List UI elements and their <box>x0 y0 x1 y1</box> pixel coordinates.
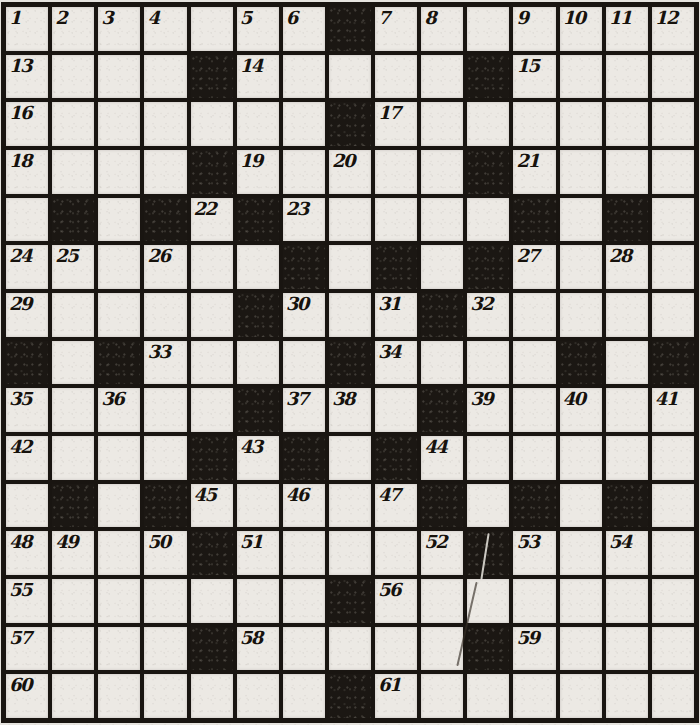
white-cell-r9c7[interactable]: 37 <box>283 388 325 432</box>
white-cell-r15c4[interactable] <box>144 674 186 718</box>
white-cell-r6c12[interactable]: 27 <box>513 245 555 289</box>
clue-number: 22 <box>194 198 216 220</box>
white-cell-r4c9[interactable] <box>375 150 417 194</box>
clue-number: 53 <box>516 531 538 553</box>
white-cell-r11c3[interactable] <box>98 484 140 528</box>
white-cell-r4c7[interactable] <box>283 150 325 194</box>
white-cell-r5c7[interactable]: 23 <box>283 198 325 242</box>
white-cell-r14c7[interactable] <box>283 627 325 671</box>
white-cell-r12c8[interactable] <box>329 531 371 575</box>
clue-number: 26 <box>147 245 169 267</box>
black-cell-r6c7 <box>283 245 325 289</box>
white-cell-r9c9[interactable] <box>375 388 417 432</box>
black-cell-r12c5 <box>191 531 233 575</box>
white-cell-r15c12[interactable] <box>513 674 555 718</box>
clue-number: 46 <box>286 484 308 506</box>
clue-number: 50 <box>147 531 169 553</box>
white-cell-r10c10[interactable]: 44 <box>421 436 463 480</box>
white-cell-r15c5[interactable] <box>191 674 233 718</box>
white-cell-r12c1[interactable]: 48 <box>6 531 48 575</box>
clue-number: 49 <box>55 531 77 553</box>
clue-number: 42 <box>9 436 31 458</box>
white-cell-r5c10[interactable] <box>421 198 463 242</box>
white-cell-r14c6[interactable]: 58 <box>237 627 279 671</box>
white-cell-r11c1[interactable] <box>6 484 48 528</box>
black-cell-r13c8 <box>329 579 371 623</box>
white-cell-r13c12[interactable] <box>513 579 555 623</box>
white-cell-r5c5[interactable]: 22 <box>191 198 233 242</box>
white-cell-r12c7[interactable] <box>283 531 325 575</box>
white-cell-r10c8[interactable] <box>329 436 371 480</box>
white-cell-r14c13[interactable] <box>560 627 602 671</box>
white-cell-r9c3[interactable]: 36 <box>98 388 140 432</box>
white-cell-r15c3[interactable] <box>98 674 140 718</box>
white-cell-r2c1[interactable]: 13 <box>6 55 48 99</box>
clue-number: 29 <box>9 293 31 315</box>
white-cell-r8c2[interactable] <box>52 341 94 385</box>
white-cell-r13c1[interactable]: 55 <box>6 579 48 623</box>
white-cell-r14c9[interactable] <box>375 627 417 671</box>
white-cell-r14c1[interactable]: 57 <box>6 627 48 671</box>
clue-number: 8 <box>424 7 435 29</box>
black-cell-r7c6 <box>237 293 279 337</box>
white-cell-r2c12[interactable]: 15 <box>513 55 555 99</box>
white-cell-r13c3[interactable] <box>98 579 140 623</box>
white-cell-r11c13[interactable] <box>560 484 602 528</box>
clue-number: 41 <box>655 388 677 410</box>
white-cell-r9c15[interactable]: 41 <box>652 388 694 432</box>
white-cell-r14c15[interactable] <box>652 627 694 671</box>
white-cell-r1c3[interactable]: 3 <box>98 7 140 51</box>
clue-number: 1 <box>9 7 20 29</box>
white-cell-r1c9[interactable]: 7 <box>375 7 417 51</box>
clue-number: 40 <box>563 388 585 410</box>
white-cell-r14c12[interactable]: 59 <box>513 627 555 671</box>
white-cell-r10c15[interactable] <box>652 436 694 480</box>
clue-number: 43 <box>240 436 262 458</box>
white-cell-r14c14[interactable] <box>606 627 648 671</box>
white-cell-r7c11[interactable]: 32 <box>467 293 509 337</box>
white-cell-r10c3[interactable] <box>98 436 140 480</box>
white-cell-r1c5[interactable] <box>191 7 233 51</box>
white-cell-r2c13[interactable] <box>560 55 602 99</box>
white-cell-r11c7[interactable]: 46 <box>283 484 325 528</box>
clue-number: 14 <box>240 55 262 77</box>
white-cell-r3c15[interactable] <box>652 102 694 146</box>
black-cell-r11c4 <box>144 484 186 528</box>
white-cell-r13c14[interactable] <box>606 579 648 623</box>
white-cell-r12c6[interactable]: 51 <box>237 531 279 575</box>
black-cell-r10c5 <box>191 436 233 480</box>
white-cell-r15c2[interactable] <box>52 674 94 718</box>
clue-number: 55 <box>9 579 31 601</box>
white-cell-r7c8[interactable] <box>329 293 371 337</box>
white-cell-r1c4[interactable]: 4 <box>144 7 186 51</box>
black-cell-r9c6 <box>237 388 279 432</box>
white-cell-r6c5[interactable] <box>191 245 233 289</box>
clue-number: 37 <box>286 388 308 410</box>
white-cell-r9c11[interactable]: 39 <box>467 388 509 432</box>
white-cell-r2c8[interactable] <box>329 55 371 99</box>
clue-number: 58 <box>240 627 262 649</box>
white-cell-r15c10[interactable] <box>421 674 463 718</box>
white-cell-r10c2[interactable] <box>52 436 94 480</box>
white-cell-r6c3[interactable] <box>98 245 140 289</box>
white-cell-r6c8[interactable] <box>329 245 371 289</box>
black-cell-r6c11 <box>467 245 509 289</box>
white-cell-r4c4[interactable] <box>144 150 186 194</box>
clue-number: 18 <box>9 150 31 172</box>
white-cell-r6c14[interactable]: 28 <box>606 245 648 289</box>
clue-number: 7 <box>378 7 389 29</box>
black-cell-r8c8 <box>329 341 371 385</box>
white-cell-r3c6[interactable] <box>237 102 279 146</box>
white-cell-r4c13[interactable] <box>560 150 602 194</box>
white-cell-r9c1[interactable]: 35 <box>6 388 48 432</box>
white-cell-r12c15[interactable] <box>652 531 694 575</box>
white-cell-r1c14[interactable]: 11 <box>606 7 648 51</box>
clue-number: 47 <box>378 484 400 506</box>
white-cell-r13c6[interactable] <box>237 579 279 623</box>
clue-number: 57 <box>9 627 31 649</box>
white-cell-r7c9[interactable]: 31 <box>375 293 417 337</box>
white-cell-r8c12[interactable] <box>513 341 555 385</box>
white-cell-r3c4[interactable] <box>144 102 186 146</box>
white-cell-r1c6[interactable]: 5 <box>237 7 279 51</box>
black-cell-r5c6 <box>237 198 279 242</box>
white-cell-r13c5[interactable] <box>191 579 233 623</box>
white-cell-r8c7[interactable] <box>283 341 325 385</box>
white-cell-r11c15[interactable] <box>652 484 694 528</box>
white-cell-r15c7[interactable] <box>283 674 325 718</box>
white-cell-r1c2[interactable]: 2 <box>52 7 94 51</box>
white-cell-r3c2[interactable] <box>52 102 94 146</box>
black-cell-r1c8 <box>329 7 371 51</box>
clue-number: 3 <box>101 7 112 29</box>
white-cell-r7c14[interactable] <box>606 293 648 337</box>
white-cell-r6c10[interactable] <box>421 245 463 289</box>
white-cell-r3c10[interactable] <box>421 102 463 146</box>
black-cell-r5c2 <box>52 198 94 242</box>
white-cell-r3c14[interactable] <box>606 102 648 146</box>
white-cell-r4c10[interactable] <box>421 150 463 194</box>
white-cell-r13c9[interactable]: 56 <box>375 579 417 623</box>
white-cell-r7c5[interactable] <box>191 293 233 337</box>
clue-number: 27 <box>516 245 538 267</box>
white-cell-r8c14[interactable] <box>606 341 648 385</box>
clue-number: 10 <box>563 7 585 29</box>
white-cell-r14c4[interactable] <box>144 627 186 671</box>
clue-number: 12 <box>655 7 677 29</box>
white-cell-r13c7[interactable] <box>283 579 325 623</box>
black-cell-r2c11 <box>467 55 509 99</box>
white-cell-r8c10[interactable] <box>421 341 463 385</box>
white-cell-r13c10[interactable] <box>421 579 463 623</box>
clue-number: 5 <box>240 7 251 29</box>
clue-number: 19 <box>240 150 262 172</box>
white-cell-r1c10[interactable]: 8 <box>421 7 463 51</box>
clue-number: 15 <box>516 55 538 77</box>
white-cell-r15c15[interactable] <box>652 674 694 718</box>
white-cell-r7c12[interactable] <box>513 293 555 337</box>
white-cell-r1c15[interactable]: 12 <box>652 7 694 51</box>
white-cell-r10c4[interactable] <box>144 436 186 480</box>
white-cell-r6c13[interactable] <box>560 245 602 289</box>
black-cell-r4c5 <box>191 150 233 194</box>
white-cell-r15c14[interactable] <box>606 674 648 718</box>
black-cell-r11c12 <box>513 484 555 528</box>
white-cell-r5c1[interactable] <box>6 198 48 242</box>
white-cell-r6c6[interactable] <box>237 245 279 289</box>
black-cell-r15c8 <box>329 674 371 718</box>
clue-number: 21 <box>516 150 538 172</box>
white-cell-r2c15[interactable] <box>652 55 694 99</box>
black-cell-r8c13 <box>560 341 602 385</box>
white-cell-r2c3[interactable] <box>98 55 140 99</box>
white-cell-r9c5[interactable] <box>191 388 233 432</box>
white-cell-r11c11[interactable] <box>467 484 509 528</box>
white-cell-r7c13[interactable] <box>560 293 602 337</box>
clue-number: 13 <box>9 55 31 77</box>
white-cell-r7c3[interactable] <box>98 293 140 337</box>
white-cell-r10c13[interactable] <box>560 436 602 480</box>
clue-number: 60 <box>9 674 31 696</box>
white-cell-r1c1[interactable]: 1 <box>6 7 48 51</box>
white-cell-r12c12[interactable]: 53 <box>513 531 555 575</box>
white-cell-r11c9[interactable]: 47 <box>375 484 417 528</box>
white-cell-r13c15[interactable] <box>652 579 694 623</box>
white-cell-r15c6[interactable] <box>237 674 279 718</box>
white-cell-r13c4[interactable] <box>144 579 186 623</box>
white-cell-r7c1[interactable]: 29 <box>6 293 48 337</box>
crossword-grid: 1234567891011121314151617181920212223242… <box>1 2 699 723</box>
white-cell-r3c9[interactable]: 17 <box>375 102 417 146</box>
white-cell-r3c7[interactable] <box>283 102 325 146</box>
white-cell-r9c8[interactable]: 38 <box>329 388 371 432</box>
clue-number: 11 <box>609 7 631 29</box>
white-cell-r4c3[interactable] <box>98 150 140 194</box>
white-cell-r3c5[interactable] <box>191 102 233 146</box>
white-cell-r12c2[interactable]: 49 <box>52 531 94 575</box>
white-cell-r1c11[interactable] <box>467 7 509 51</box>
clue-number: 54 <box>609 531 631 553</box>
white-cell-r9c2[interactable] <box>52 388 94 432</box>
clue-number: 33 <box>147 341 169 363</box>
white-cell-r14c8[interactable] <box>329 627 371 671</box>
white-cell-r5c11[interactable] <box>467 198 509 242</box>
clue-number: 38 <box>332 388 354 410</box>
white-cell-r11c8[interactable] <box>329 484 371 528</box>
clue-number: 32 <box>470 293 492 315</box>
white-cell-r2c9[interactable] <box>375 55 417 99</box>
clue-number: 59 <box>516 627 538 649</box>
white-cell-r5c13[interactable] <box>560 198 602 242</box>
white-cell-r15c9[interactable]: 61 <box>375 674 417 718</box>
black-cell-r10c9 <box>375 436 417 480</box>
black-cell-r2c5 <box>191 55 233 99</box>
black-cell-r6c9 <box>375 245 417 289</box>
white-cell-r14c2[interactable] <box>52 627 94 671</box>
white-cell-r1c7[interactable]: 6 <box>283 7 325 51</box>
white-cell-r12c4[interactable]: 50 <box>144 531 186 575</box>
clue-number: 34 <box>378 341 400 363</box>
white-cell-r2c4[interactable] <box>144 55 186 99</box>
black-cell-r5c4 <box>144 198 186 242</box>
paper-background: 1234567891011121314151617181920212223242… <box>0 0 700 725</box>
white-cell-r8c11[interactable] <box>467 341 509 385</box>
white-cell-r9c12[interactable] <box>513 388 555 432</box>
clue-number: 52 <box>424 531 446 553</box>
white-cell-r7c2[interactable] <box>52 293 94 337</box>
white-cell-r15c13[interactable] <box>560 674 602 718</box>
black-cell-r9c10 <box>421 388 463 432</box>
black-cell-r14c11 <box>467 627 509 671</box>
black-cell-r7c10 <box>421 293 463 337</box>
black-cell-r11c2 <box>52 484 94 528</box>
white-cell-r15c11[interactable] <box>467 674 509 718</box>
white-cell-r4c6[interactable]: 19 <box>237 150 279 194</box>
black-cell-r11c10 <box>421 484 463 528</box>
black-cell-r10c7 <box>283 436 325 480</box>
white-cell-r4c12[interactable]: 21 <box>513 150 555 194</box>
white-cell-r12c9[interactable] <box>375 531 417 575</box>
white-cell-r8c5[interactable] <box>191 341 233 385</box>
white-cell-r3c12[interactable] <box>513 102 555 146</box>
clue-number: 28 <box>609 245 631 267</box>
white-cell-r8c9[interactable]: 34 <box>375 341 417 385</box>
white-cell-r5c15[interactable] <box>652 198 694 242</box>
black-cell-r4c11 <box>467 150 509 194</box>
white-cell-r13c13[interactable] <box>560 579 602 623</box>
clue-number: 44 <box>424 436 446 458</box>
clue-number: 39 <box>470 388 492 410</box>
black-cell-r14c5 <box>191 627 233 671</box>
white-cell-r10c11[interactable] <box>467 436 509 480</box>
white-cell-r9c4[interactable] <box>144 388 186 432</box>
white-cell-r5c8[interactable] <box>329 198 371 242</box>
clue-number: 23 <box>286 198 308 220</box>
white-cell-r6c15[interactable] <box>652 245 694 289</box>
white-cell-r9c13[interactable]: 40 <box>560 388 602 432</box>
clue-number: 2 <box>55 7 66 29</box>
white-cell-r6c4[interactable]: 26 <box>144 245 186 289</box>
white-cell-r2c14[interactable] <box>606 55 648 99</box>
white-cell-r10c6[interactable]: 43 <box>237 436 279 480</box>
clue-number: 9 <box>516 7 527 29</box>
white-cell-r3c13[interactable] <box>560 102 602 146</box>
white-cell-r12c13[interactable] <box>560 531 602 575</box>
white-cell-r2c6[interactable]: 14 <box>237 55 279 99</box>
white-cell-r6c1[interactable]: 24 <box>6 245 48 289</box>
white-cell-r2c2[interactable] <box>52 55 94 99</box>
white-cell-r2c7[interactable] <box>283 55 325 99</box>
clue-number: 35 <box>9 388 31 410</box>
white-cell-r3c1[interactable]: 16 <box>6 102 48 146</box>
white-cell-r1c13[interactable]: 10 <box>560 7 602 51</box>
white-cell-r6c2[interactable]: 25 <box>52 245 94 289</box>
white-cell-r10c1[interactable]: 42 <box>6 436 48 480</box>
black-cell-r8c3 <box>98 341 140 385</box>
white-cell-r10c12[interactable] <box>513 436 555 480</box>
white-cell-r5c9[interactable] <box>375 198 417 242</box>
black-cell-r5c12 <box>513 198 555 242</box>
clue-number: 20 <box>332 150 354 172</box>
clue-number: 17 <box>378 102 400 124</box>
white-cell-r7c15[interactable] <box>652 293 694 337</box>
clue-number: 25 <box>55 245 77 267</box>
black-cell-r8c15 <box>652 341 694 385</box>
white-cell-r4c1[interactable]: 18 <box>6 150 48 194</box>
clue-number: 51 <box>240 531 262 553</box>
white-cell-r14c3[interactable] <box>98 627 140 671</box>
clue-number: 31 <box>378 293 400 315</box>
white-cell-r9c14[interactable] <box>606 388 648 432</box>
clue-number: 48 <box>9 531 31 553</box>
white-cell-r8c4[interactable]: 33 <box>144 341 186 385</box>
clue-number: 30 <box>286 293 308 315</box>
clue-number: 45 <box>194 484 216 506</box>
white-cell-r11c6[interactable] <box>237 484 279 528</box>
clue-number: 24 <box>9 245 31 267</box>
clue-number: 56 <box>378 579 400 601</box>
white-cell-r12c3[interactable] <box>98 531 140 575</box>
black-cell-r3c8 <box>329 102 371 146</box>
white-cell-r13c2[interactable] <box>52 579 94 623</box>
black-cell-r11c14 <box>606 484 648 528</box>
white-cell-r3c11[interactable] <box>467 102 509 146</box>
black-cell-r8c1 <box>6 341 48 385</box>
clue-number: 16 <box>9 102 31 124</box>
white-cell-r4c2[interactable] <box>52 150 94 194</box>
white-cell-r4c14[interactable] <box>606 150 648 194</box>
white-cell-r4c8[interactable]: 20 <box>329 150 371 194</box>
white-cell-r2c10[interactable] <box>421 55 463 99</box>
clue-number: 6 <box>286 7 297 29</box>
white-cell-r7c7[interactable]: 30 <box>283 293 325 337</box>
clue-number: 61 <box>378 674 400 696</box>
white-cell-r7c4[interactable] <box>144 293 186 337</box>
clue-number: 4 <box>147 7 158 29</box>
white-cell-r3c3[interactable] <box>98 102 140 146</box>
black-cell-r5c14 <box>606 198 648 242</box>
white-cell-r8c6[interactable] <box>237 341 279 385</box>
white-cell-r10c14[interactable] <box>606 436 648 480</box>
white-cell-r1c12[interactable]: 9 <box>513 7 555 51</box>
white-cell-r5c3[interactable] <box>98 198 140 242</box>
white-cell-r12c14[interactable]: 54 <box>606 531 648 575</box>
white-cell-r4c15[interactable] <box>652 150 694 194</box>
white-cell-r15c1[interactable]: 60 <box>6 674 48 718</box>
white-cell-r12c10[interactable]: 52 <box>421 531 463 575</box>
white-cell-r11c5[interactable]: 45 <box>191 484 233 528</box>
clue-number: 36 <box>101 388 123 410</box>
